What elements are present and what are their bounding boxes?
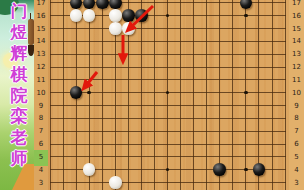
row-label-10: 10: [290, 89, 304, 97]
row-label-16: 16: [290, 12, 304, 20]
row-label-17: 17: [34, 0, 48, 7]
row-label-12: 12: [290, 63, 304, 71]
stone-white-F15: [109, 22, 122, 35]
row-label-3: 3: [290, 179, 304, 187]
stone-black-Q17: [240, 0, 253, 9]
row-label-9: 9: [34, 102, 48, 110]
row-label-4: 4: [34, 166, 48, 174]
row-label-16: 16: [34, 12, 48, 20]
row-label-3: 3: [34, 179, 48, 187]
row-label-17: 17: [290, 0, 304, 7]
row-label-8: 8: [290, 114, 304, 122]
stone-white-D16: [83, 9, 96, 22]
stone-black-G16: [122, 9, 135, 22]
stone-black-O4: [213, 163, 226, 176]
row-label-13: 13: [290, 50, 304, 58]
stone-white-C16: [70, 9, 83, 22]
row-label-10: 10: [34, 89, 48, 97]
row-label-7: 7: [34, 127, 48, 135]
row-label-6: 6: [34, 140, 48, 148]
row-label-12: 12: [34, 63, 48, 71]
stone-white-F3: [109, 176, 122, 189]
stone-black-F17: [109, 0, 122, 9]
stone-black-C10: [70, 86, 83, 99]
stone-black-H16: [135, 9, 148, 22]
go-app-screen: 门煜辉棋院栾老师 1717161615151414131312121111101…: [0, 0, 304, 190]
row-label-11: 11: [34, 76, 48, 84]
row-label-14: 14: [34, 37, 48, 45]
stone-black-D17: [83, 0, 96, 9]
row-label-6: 6: [290, 140, 304, 148]
row-label-7: 7: [290, 127, 304, 135]
row-label-5: 5: [34, 153, 48, 161]
row-label-9: 9: [290, 102, 304, 110]
stone-white-F16: [109, 9, 122, 22]
row-label-13: 13: [34, 50, 48, 58]
stone-black-R4: [253, 163, 266, 176]
row-label-11: 11: [290, 76, 304, 84]
row-label-15: 15: [290, 25, 304, 33]
row-label-15: 15: [34, 25, 48, 33]
row-label-4: 4: [290, 166, 304, 174]
row-label-5: 5: [290, 153, 304, 161]
row-label-14: 14: [290, 37, 304, 45]
stone-black-E17: [96, 0, 109, 9]
stone-black-C17: [70, 0, 83, 9]
stone-white-D4: [83, 163, 96, 176]
stone-white-G15: [122, 22, 135, 35]
row-label-8: 8: [34, 114, 48, 122]
